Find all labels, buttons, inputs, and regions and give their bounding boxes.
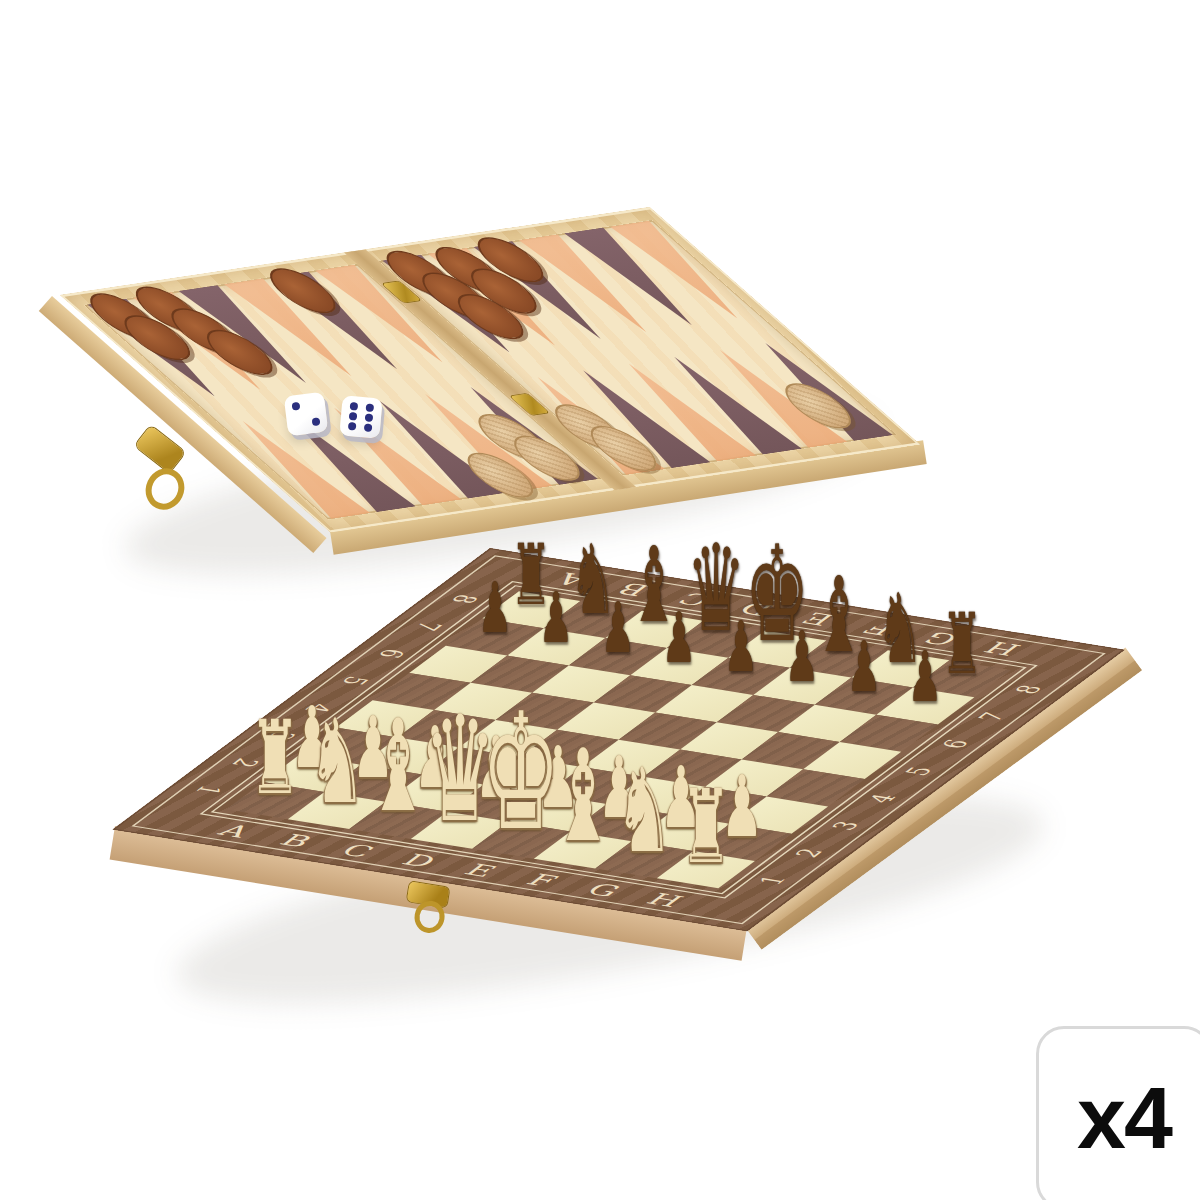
die-pip <box>366 403 375 412</box>
chess-piece-white-king[interactable]: ♚ <box>482 692 561 853</box>
chess-piece-white-knight[interactable]: ♞ <box>616 752 674 869</box>
die-pip <box>311 417 320 426</box>
die-pip <box>292 402 301 411</box>
die-2[interactable] <box>284 392 329 437</box>
chess-piece-black-pawn[interactable]: ♟ <box>908 642 943 712</box>
chess-piece-white-bishop[interactable]: ♝ <box>367 704 430 831</box>
chess-piece-black-pawn[interactable]: ♟ <box>601 592 636 662</box>
chess-piece-black-pawn[interactable]: ♟ <box>785 622 820 692</box>
die-pip <box>365 413 374 422</box>
die-pip <box>364 424 373 433</box>
chess-piece-black-pawn[interactable]: ♟ <box>724 612 759 682</box>
quantity-badge: x4 <box>1036 1026 1200 1200</box>
chess-piece-black-pawn[interactable]: ♟ <box>478 573 513 643</box>
die-pip <box>350 402 359 411</box>
die-pip <box>348 422 357 431</box>
die-6[interactable] <box>339 395 382 438</box>
chess-piece-white-rook[interactable]: ♜ <box>681 776 731 878</box>
chess-piece-black-pawn[interactable]: ♟ <box>847 632 882 702</box>
chess-piece-black-pawn[interactable]: ♟ <box>662 602 697 672</box>
chess-piece-white-knight[interactable]: ♞ <box>308 703 366 820</box>
chess-piece-white-rook[interactable]: ♜ <box>250 707 300 809</box>
chess-piece-white-bishop[interactable]: ♝ <box>552 733 615 860</box>
chess-piece-black-pawn[interactable]: ♟ <box>539 582 574 652</box>
die-pip <box>349 412 358 421</box>
quantity-badge-label: x4 <box>1077 1067 1171 1169</box>
chess-piece-black-rook[interactable]: ♜ <box>941 601 982 685</box>
